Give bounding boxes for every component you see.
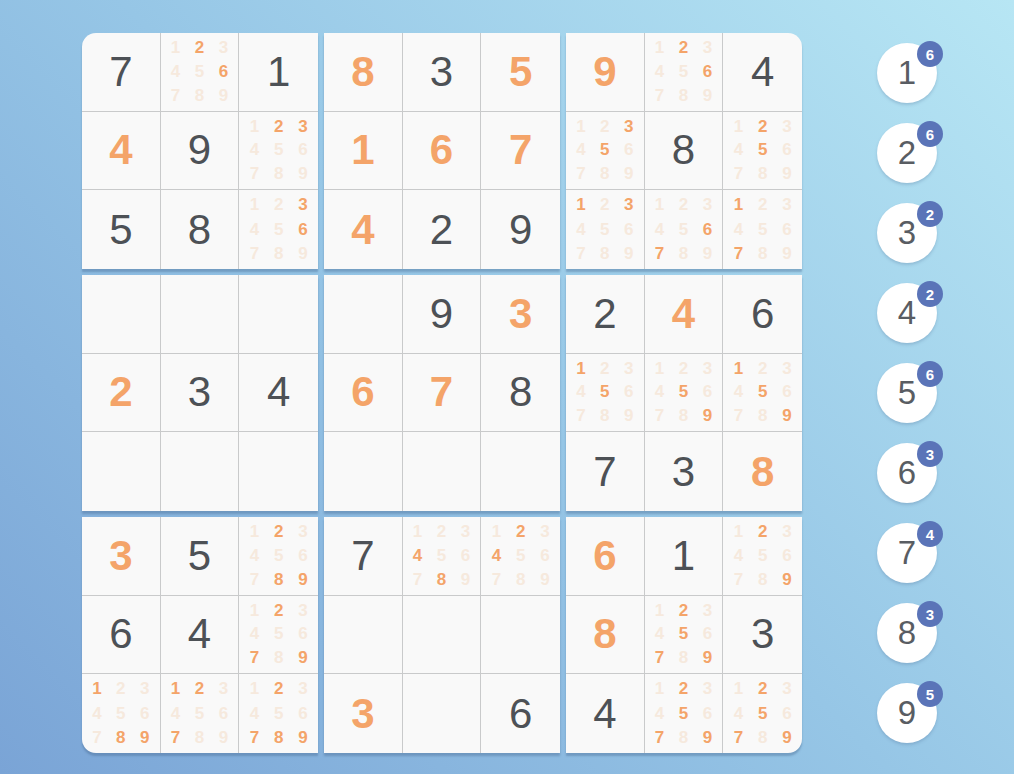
cell-r7c8[interactable]: 1 — [645, 517, 724, 596]
given-digit: 8 — [188, 209, 211, 251]
pencil-mark-1: 1 — [484, 520, 508, 544]
box-8: 712345678912345678936 — [324, 517, 560, 753]
pencil-mark-4: 4 — [726, 218, 750, 242]
cell-r4c6[interactable]: 3 — [481, 275, 560, 354]
pencil-mark-1: 1 — [85, 677, 109, 701]
user-digit: 1 — [351, 129, 374, 171]
pencil-mark-8: 8 — [267, 646, 291, 670]
cell-r5c7[interactable]: 123456789 — [566, 354, 645, 433]
pencil-mark-2: 2 — [751, 115, 775, 139]
cell-r7c6[interactable]: 123456789 — [481, 517, 560, 596]
given-digit: 8 — [672, 129, 695, 171]
user-digit: 3 — [109, 535, 132, 577]
cell-r6c5[interactable] — [403, 432, 482, 511]
pencil-mark-2: 2 — [430, 520, 454, 544]
cell-r6c2[interactable] — [161, 432, 240, 511]
pencil-mark-4: 4 — [726, 139, 750, 163]
numpad-digit: 7 — [898, 534, 916, 572]
user-digit: 7 — [509, 129, 532, 171]
cell-r4c9[interactable]: 6 — [723, 275, 802, 354]
sudoku-board: 7123456789149123456789581234567898351674… — [82, 33, 802, 753]
pencil-mark-2: 2 — [751, 520, 775, 544]
pencil-mark-2: 2 — [751, 193, 775, 217]
pencil-mark-3: 3 — [533, 520, 557, 544]
cell-r5c3[interactable]: 4 — [239, 354, 318, 433]
cell-r7c9[interactable]: 123456789 — [723, 517, 802, 596]
cell-r3c2[interactable]: 8 — [161, 190, 240, 269]
pencil-mark-9: 9 — [133, 726, 157, 750]
numpad-button-7[interactable]: 74 — [877, 523, 937, 583]
pencil-mark-6: 6 — [291, 544, 315, 568]
pencil-mark-8: 8 — [751, 726, 775, 750]
pencil-mark-6: 6 — [453, 544, 477, 568]
pencil-mark-2: 2 — [509, 520, 533, 544]
pencil-marks: 123456789 — [242, 599, 315, 671]
numpad-digit: 3 — [898, 214, 916, 252]
numpad-button-8[interactable]: 83 — [877, 603, 937, 663]
cell-r5c4[interactable]: 6 — [324, 354, 403, 433]
pencil-mark-4: 4 — [242, 218, 266, 242]
pencil-mark-4: 4 — [242, 702, 266, 726]
numpad-button-4[interactable]: 42 — [877, 283, 937, 343]
pencil-mark-5: 5 — [593, 381, 617, 405]
user-digit: 4 — [109, 129, 132, 171]
pencil-mark-5: 5 — [672, 623, 696, 647]
pencil-marks: 123456789 — [569, 193, 641, 266]
pencil-mark-6: 6 — [291, 702, 315, 726]
pencil-mark-6: 6 — [211, 60, 235, 84]
pencil-mark-9: 9 — [291, 646, 315, 670]
pencil-mark-9: 9 — [291, 162, 315, 186]
numpad-remaining-badge: 6 — [917, 361, 943, 387]
pencil-marks: 123456789 — [648, 36, 720, 108]
cell-r2c6[interactable]: 7 — [481, 112, 560, 191]
pencil-mark-8: 8 — [509, 568, 533, 592]
cell-r2c5[interactable]: 6 — [403, 112, 482, 191]
pencil-marks: 123456789 — [648, 677, 720, 750]
pencil-mark-9: 9 — [291, 242, 315, 266]
pencil-mark-9: 9 — [291, 568, 315, 592]
given-digit: 4 — [267, 371, 290, 413]
numpad-button-3[interactable]: 32 — [877, 203, 937, 263]
pencil-mark-7: 7 — [484, 568, 508, 592]
numpad-button-5[interactable]: 56 — [877, 363, 937, 423]
pencil-mark-1: 1 — [242, 115, 266, 139]
pencil-mark-4: 4 — [85, 702, 109, 726]
pencil-mark-5: 5 — [751, 702, 775, 726]
numpad-remaining-badge: 2 — [917, 281, 943, 307]
box-1: 712345678914912345678958123456789 — [82, 33, 318, 269]
cell-r9c2[interactable]: 123456789 — [161, 674, 240, 753]
pencil-mark-7: 7 — [726, 162, 750, 186]
cell-r9c6[interactable]: 6 — [481, 674, 560, 753]
given-digit: 9 — [430, 293, 453, 335]
cell-r3c1[interactable]: 5 — [82, 190, 161, 269]
pencil-mark-4: 4 — [164, 60, 188, 84]
numpad-remaining-badge: 5 — [917, 681, 943, 707]
given-digit: 9 — [509, 209, 532, 251]
pencil-mark-1: 1 — [726, 357, 750, 381]
cell-r4c3[interactable] — [239, 275, 318, 354]
pencil-mark-1: 1 — [726, 193, 750, 217]
cell-r1c5[interactable]: 3 — [403, 33, 482, 112]
cell-r3c7[interactable]: 123456789 — [566, 190, 645, 269]
pencil-mark-4: 4 — [569, 218, 593, 242]
pencil-mark-3: 3 — [775, 115, 799, 139]
pencil-mark-8: 8 — [672, 726, 696, 750]
cell-r1c9[interactable]: 4 — [723, 33, 802, 112]
pencil-mark-3: 3 — [211, 677, 235, 701]
cell-r8c1[interactable]: 6 — [82, 596, 161, 675]
pencil-mark-5: 5 — [593, 139, 617, 163]
pencil-mark-1: 1 — [569, 357, 593, 381]
box-9: 6112345678981234567893412345678912345678… — [566, 517, 802, 753]
pencil-mark-2: 2 — [672, 36, 696, 60]
given-digit: 3 — [430, 51, 453, 93]
cell-r9c3[interactable]: 123456789 — [239, 674, 318, 753]
pencil-mark-3: 3 — [291, 115, 315, 139]
pencil-mark-5: 5 — [593, 218, 617, 242]
pencil-mark-8: 8 — [430, 568, 454, 592]
pencil-mark-8: 8 — [593, 404, 617, 428]
box-7: 3512345678964123456789123456789123456789… — [82, 517, 318, 753]
pencil-mark-6: 6 — [695, 60, 719, 84]
pencil-mark-1: 1 — [648, 193, 672, 217]
cell-r2c7[interactable]: 123456789 — [566, 112, 645, 191]
numpad-digit: 5 — [898, 374, 916, 412]
pencil-mark-5: 5 — [751, 381, 775, 405]
pencil-mark-9: 9 — [533, 568, 557, 592]
pencil-marks: 123456789 — [648, 193, 720, 266]
cell-r4c4[interactable] — [324, 275, 403, 354]
pencil-mark-7: 7 — [569, 404, 593, 428]
pencil-mark-6: 6 — [291, 623, 315, 647]
cell-r6c4[interactable] — [324, 432, 403, 511]
cell-r2c1[interactable]: 4 — [82, 112, 161, 191]
cell-r6c7[interactable]: 7 — [566, 432, 645, 511]
pencil-mark-3: 3 — [775, 357, 799, 381]
cell-r2c2[interactable]: 9 — [161, 112, 240, 191]
pencil-mark-6: 6 — [617, 381, 641, 405]
cell-r9c5[interactable] — [403, 674, 482, 753]
cell-r1c6[interactable]: 5 — [481, 33, 560, 112]
pencil-mark-1: 1 — [164, 677, 188, 701]
pencil-mark-9: 9 — [617, 162, 641, 186]
cell-r4c1[interactable] — [82, 275, 161, 354]
box-5: 93678 — [324, 275, 560, 511]
pencil-mark-6: 6 — [533, 544, 557, 568]
pencil-mark-3: 3 — [211, 36, 235, 60]
user-digit: 4 — [672, 293, 695, 335]
user-digit: 6 — [430, 129, 453, 171]
cell-r1c8[interactable]: 123456789 — [645, 33, 724, 112]
pencil-mark-7: 7 — [648, 242, 672, 266]
pencil-mark-4: 4 — [726, 544, 750, 568]
pencil-mark-4: 4 — [648, 381, 672, 405]
pencil-mark-7: 7 — [569, 242, 593, 266]
pencil-mark-1: 1 — [242, 599, 266, 623]
cell-r9c8[interactable]: 123456789 — [645, 674, 724, 753]
cell-r6c1[interactable] — [82, 432, 161, 511]
pencil-mark-8: 8 — [267, 162, 291, 186]
pencil-mark-2: 2 — [188, 677, 212, 701]
box-6: 246123456789123456789123456789738 — [566, 275, 802, 511]
cell-r3c4[interactable]: 4 — [324, 190, 403, 269]
pencil-mark-7: 7 — [242, 726, 266, 750]
user-digit: 4 — [351, 209, 374, 251]
pencil-mark-8: 8 — [672, 84, 696, 108]
pencil-mark-3: 3 — [291, 520, 315, 544]
given-digit: 7 — [351, 535, 374, 577]
cell-r1c2[interactable]: 123456789 — [161, 33, 240, 112]
cell-r8c5[interactable] — [403, 596, 482, 675]
pencil-mark-9: 9 — [775, 242, 799, 266]
pencil-mark-5: 5 — [267, 218, 291, 242]
pencil-mark-5: 5 — [672, 218, 696, 242]
cell-r3c8[interactable]: 123456789 — [645, 190, 724, 269]
cell-r5c2[interactable]: 3 — [161, 354, 240, 433]
pencil-mark-7: 7 — [406, 568, 430, 592]
given-digit: 7 — [593, 451, 616, 493]
box-2: 835167429 — [324, 33, 560, 269]
numpad-digit: 9 — [898, 694, 916, 732]
pencil-mark-5: 5 — [188, 60, 212, 84]
pencil-mark-1: 1 — [569, 115, 593, 139]
pencil-mark-7: 7 — [648, 646, 672, 670]
pencil-mark-1: 1 — [726, 677, 750, 701]
given-digit: 3 — [751, 613, 774, 655]
cell-r2c4[interactable]: 1 — [324, 112, 403, 191]
cell-r2c3[interactable]: 123456789 — [239, 112, 318, 191]
pencil-mark-4: 4 — [648, 218, 672, 242]
cell-r7c7[interactable]: 6 — [566, 517, 645, 596]
cell-r4c5[interactable]: 9 — [403, 275, 482, 354]
pencil-mark-8: 8 — [672, 404, 696, 428]
pencil-mark-9: 9 — [775, 404, 799, 428]
cell-r1c4[interactable]: 8 — [324, 33, 403, 112]
cell-r2c9[interactable]: 123456789 — [723, 112, 802, 191]
pencil-mark-5: 5 — [188, 702, 212, 726]
pencil-mark-7: 7 — [242, 646, 266, 670]
pencil-mark-5: 5 — [267, 702, 291, 726]
user-digit: 6 — [593, 535, 616, 577]
box-4: 234 — [82, 275, 318, 511]
pencil-mark-4: 4 — [242, 544, 266, 568]
pencil-mark-2: 2 — [593, 193, 617, 217]
cell-r5c6[interactable]: 8 — [481, 354, 560, 433]
pencil-mark-3: 3 — [775, 193, 799, 217]
cell-r6c3[interactable] — [239, 432, 318, 511]
pencil-mark-9: 9 — [695, 726, 719, 750]
pencil-mark-6: 6 — [695, 702, 719, 726]
cell-r3c3[interactable]: 123456789 — [239, 190, 318, 269]
pencil-mark-6: 6 — [775, 544, 799, 568]
pencil-mark-5: 5 — [430, 544, 454, 568]
numpad-button-2[interactable]: 26 — [877, 123, 937, 183]
pencil-mark-3: 3 — [617, 193, 641, 217]
user-digit: 7 — [430, 371, 453, 413]
pencil-mark-1: 1 — [648, 36, 672, 60]
pencil-mark-1: 1 — [242, 677, 266, 701]
user-digit: 8 — [751, 451, 774, 493]
pencil-mark-6: 6 — [617, 218, 641, 242]
pencil-mark-2: 2 — [267, 193, 291, 217]
cell-r9c7[interactable]: 4 — [566, 674, 645, 753]
pencil-mark-9: 9 — [453, 568, 477, 592]
pencil-mark-5: 5 — [751, 218, 775, 242]
pencil-mark-1: 1 — [569, 193, 593, 217]
cell-r8c8[interactable]: 123456789 — [645, 596, 724, 675]
given-digit: 7 — [109, 51, 132, 93]
pencil-mark-5: 5 — [509, 544, 533, 568]
numpad-button-1[interactable]: 16 — [877, 43, 937, 103]
pencil-mark-9: 9 — [775, 568, 799, 592]
pencil-mark-1: 1 — [648, 599, 672, 623]
pencil-mark-9: 9 — [695, 242, 719, 266]
cell-r8c3[interactable]: 123456789 — [239, 596, 318, 675]
numpad-remaining-badge: 2 — [917, 201, 943, 227]
pencil-marks: 123456789 — [648, 599, 720, 671]
cell-r6c9[interactable]: 8 — [723, 432, 802, 511]
given-digit: 6 — [751, 293, 774, 335]
box-3: 9123456789412345678981234567891234567891… — [566, 33, 802, 269]
cell-r5c5[interactable]: 7 — [403, 354, 482, 433]
pencil-mark-5: 5 — [267, 544, 291, 568]
pencil-mark-8: 8 — [188, 84, 212, 108]
cell-r3c9[interactable]: 123456789 — [723, 190, 802, 269]
cell-r3c5[interactable]: 2 — [403, 190, 482, 269]
pencil-mark-6: 6 — [617, 139, 641, 163]
pencil-mark-1: 1 — [242, 520, 266, 544]
pencil-mark-5: 5 — [672, 702, 696, 726]
pencil-mark-3: 3 — [695, 36, 719, 60]
pencil-mark-2: 2 — [672, 677, 696, 701]
pencil-mark-1: 1 — [726, 520, 750, 544]
pencil-mark-7: 7 — [726, 242, 750, 266]
pencil-mark-5: 5 — [751, 139, 775, 163]
pencil-mark-4: 4 — [164, 702, 188, 726]
numpad-remaining-badge: 6 — [917, 41, 943, 67]
given-digit: 9 — [188, 129, 211, 171]
pencil-mark-3: 3 — [291, 677, 315, 701]
pencil-mark-2: 2 — [593, 115, 617, 139]
pencil-mark-8: 8 — [593, 242, 617, 266]
pencil-mark-9: 9 — [695, 404, 719, 428]
pencil-mark-9: 9 — [617, 242, 641, 266]
pencil-mark-7: 7 — [164, 726, 188, 750]
pencil-mark-2: 2 — [188, 36, 212, 60]
number-pad: 162632425663748395 — [877, 43, 937, 743]
numpad-remaining-badge: 6 — [917, 121, 943, 147]
pencil-mark-3: 3 — [617, 357, 641, 381]
pencil-mark-2: 2 — [267, 115, 291, 139]
given-digit: 6 — [509, 693, 532, 735]
pencil-mark-8: 8 — [593, 162, 617, 186]
pencil-mark-3: 3 — [775, 677, 799, 701]
cell-r6c6[interactable] — [481, 432, 560, 511]
given-digit: 1 — [267, 51, 290, 93]
numpad-digit: 8 — [898, 614, 916, 652]
pencil-mark-7: 7 — [648, 726, 672, 750]
user-digit: 8 — [351, 51, 374, 93]
cell-r4c2[interactable] — [161, 275, 240, 354]
pencil-mark-3: 3 — [291, 599, 315, 623]
cell-r7c4[interactable]: 7 — [324, 517, 403, 596]
pencil-mark-8: 8 — [751, 404, 775, 428]
pencil-mark-7: 7 — [726, 726, 750, 750]
pencil-marks: 123456789 — [726, 357, 799, 429]
cell-r8c4[interactable] — [324, 596, 403, 675]
cell-r5c1[interactable]: 2 — [82, 354, 161, 433]
pencil-mark-4: 4 — [569, 139, 593, 163]
pencil-mark-3: 3 — [695, 599, 719, 623]
pencil-mark-4: 4 — [648, 702, 672, 726]
cell-r1c7[interactable]: 9 — [566, 33, 645, 112]
cell-r7c1[interactable]: 3 — [82, 517, 161, 596]
pencil-mark-7: 7 — [726, 404, 750, 428]
pencil-mark-2: 2 — [672, 193, 696, 217]
numpad-remaining-badge: 3 — [917, 601, 943, 627]
cell-r9c1[interactable]: 123456789 — [82, 674, 161, 753]
pencil-marks: 123456789 — [242, 115, 315, 187]
numpad-button-6[interactable]: 63 — [877, 443, 937, 503]
cell-r4c8[interactable]: 4 — [645, 275, 724, 354]
pencil-mark-5: 5 — [751, 544, 775, 568]
pencil-mark-6: 6 — [695, 623, 719, 647]
pencil-mark-6: 6 — [695, 381, 719, 405]
cell-r7c3[interactable]: 123456789 — [239, 517, 318, 596]
numpad-button-9[interactable]: 95 — [877, 683, 937, 743]
cell-r5c8[interactable]: 123456789 — [645, 354, 724, 433]
pencil-mark-6: 6 — [211, 702, 235, 726]
cell-r4c7[interactable]: 2 — [566, 275, 645, 354]
cell-r6c8[interactable]: 3 — [645, 432, 724, 511]
pencil-mark-3: 3 — [695, 677, 719, 701]
given-digit: 6 — [109, 613, 132, 655]
pencil-marks: 123456789 — [726, 520, 799, 592]
pencil-mark-9: 9 — [695, 84, 719, 108]
pencil-mark-8: 8 — [672, 646, 696, 670]
cell-r8c6[interactable] — [481, 596, 560, 675]
pencil-marks: 123456789 — [484, 520, 557, 592]
pencil-mark-7: 7 — [85, 726, 109, 750]
pencil-mark-7: 7 — [242, 162, 266, 186]
cell-r5c9[interactable]: 123456789 — [723, 354, 802, 433]
pencil-mark-9: 9 — [617, 404, 641, 428]
cell-r1c3[interactable]: 1 — [239, 33, 318, 112]
cell-r1c1[interactable]: 7 — [82, 33, 161, 112]
cell-r8c7[interactable]: 8 — [566, 596, 645, 675]
pencil-mark-2: 2 — [267, 599, 291, 623]
cell-r8c9[interactable]: 3 — [723, 596, 802, 675]
cell-r7c2[interactable]: 5 — [161, 517, 240, 596]
cell-r9c9[interactable]: 123456789 — [723, 674, 802, 753]
pencil-marks: 123456789 — [242, 677, 315, 750]
numpad-remaining-badge: 3 — [917, 441, 943, 467]
pencil-mark-8: 8 — [109, 726, 133, 750]
cell-r8c2[interactable]: 4 — [161, 596, 240, 675]
cell-r2c8[interactable]: 8 — [645, 112, 724, 191]
cell-r3c6[interactable]: 9 — [481, 190, 560, 269]
pencil-mark-2: 2 — [267, 520, 291, 544]
pencil-mark-6: 6 — [291, 218, 315, 242]
pencil-mark-1: 1 — [164, 36, 188, 60]
cell-r9c4[interactable]: 3 — [324, 674, 403, 753]
pencil-mark-7: 7 — [569, 162, 593, 186]
pencil-mark-4: 4 — [726, 702, 750, 726]
cell-r7c5[interactable]: 123456789 — [403, 517, 482, 596]
pencil-mark-2: 2 — [751, 357, 775, 381]
